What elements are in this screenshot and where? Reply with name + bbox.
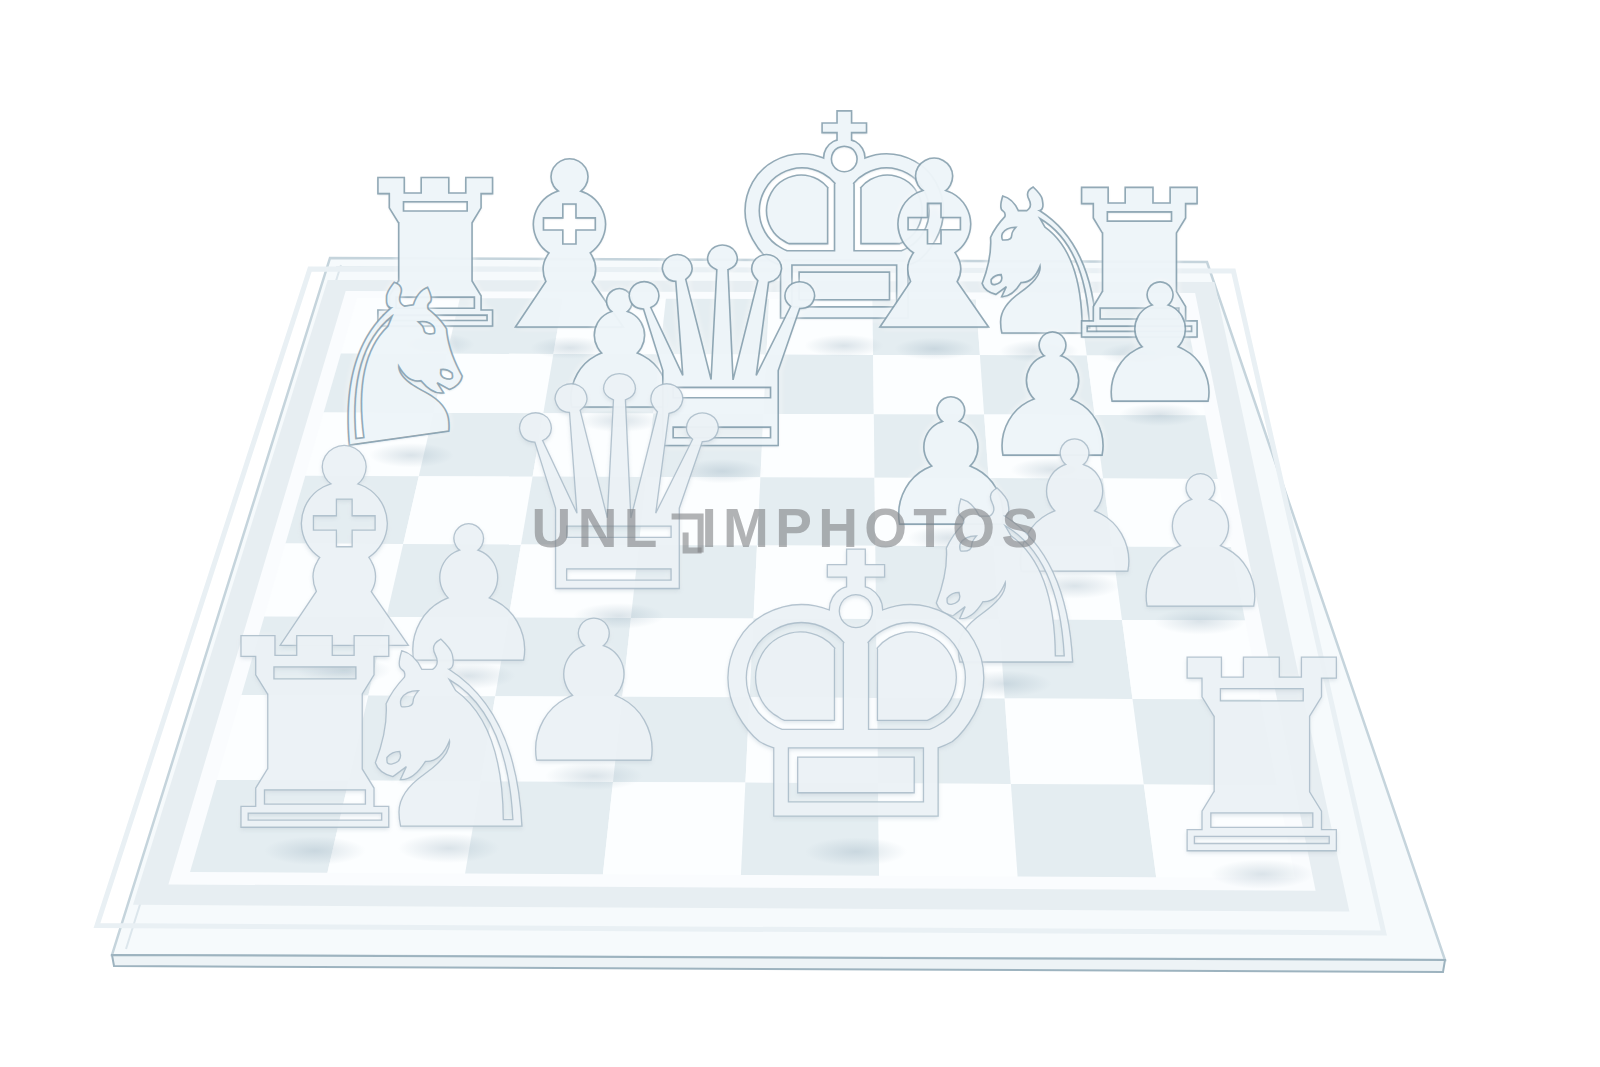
piece-frosted-knight-b1[interactable]: ♞ [334,609,564,865]
watermark: UNLIMPHOTOS [532,496,1045,560]
watermark-logo-icon-inner [682,532,701,553]
piece-frosted-rook-h1[interactable]: ♜ [1143,626,1381,891]
piece-frosted-king-e1[interactable]: ♚ [692,507,1020,872]
glass-chess-scene: ♜♝♚♝♞♜♟♟♞♛♟♟♛♟♟♝♟♞♟♜♞♚♜ UNLIMPHOTOS [0,0,1600,1067]
watermark-text-right: IMPHOTOS [701,497,1044,559]
watermark-text-left: UNL [532,497,664,559]
square-g1[interactable] [1011,784,1156,877]
